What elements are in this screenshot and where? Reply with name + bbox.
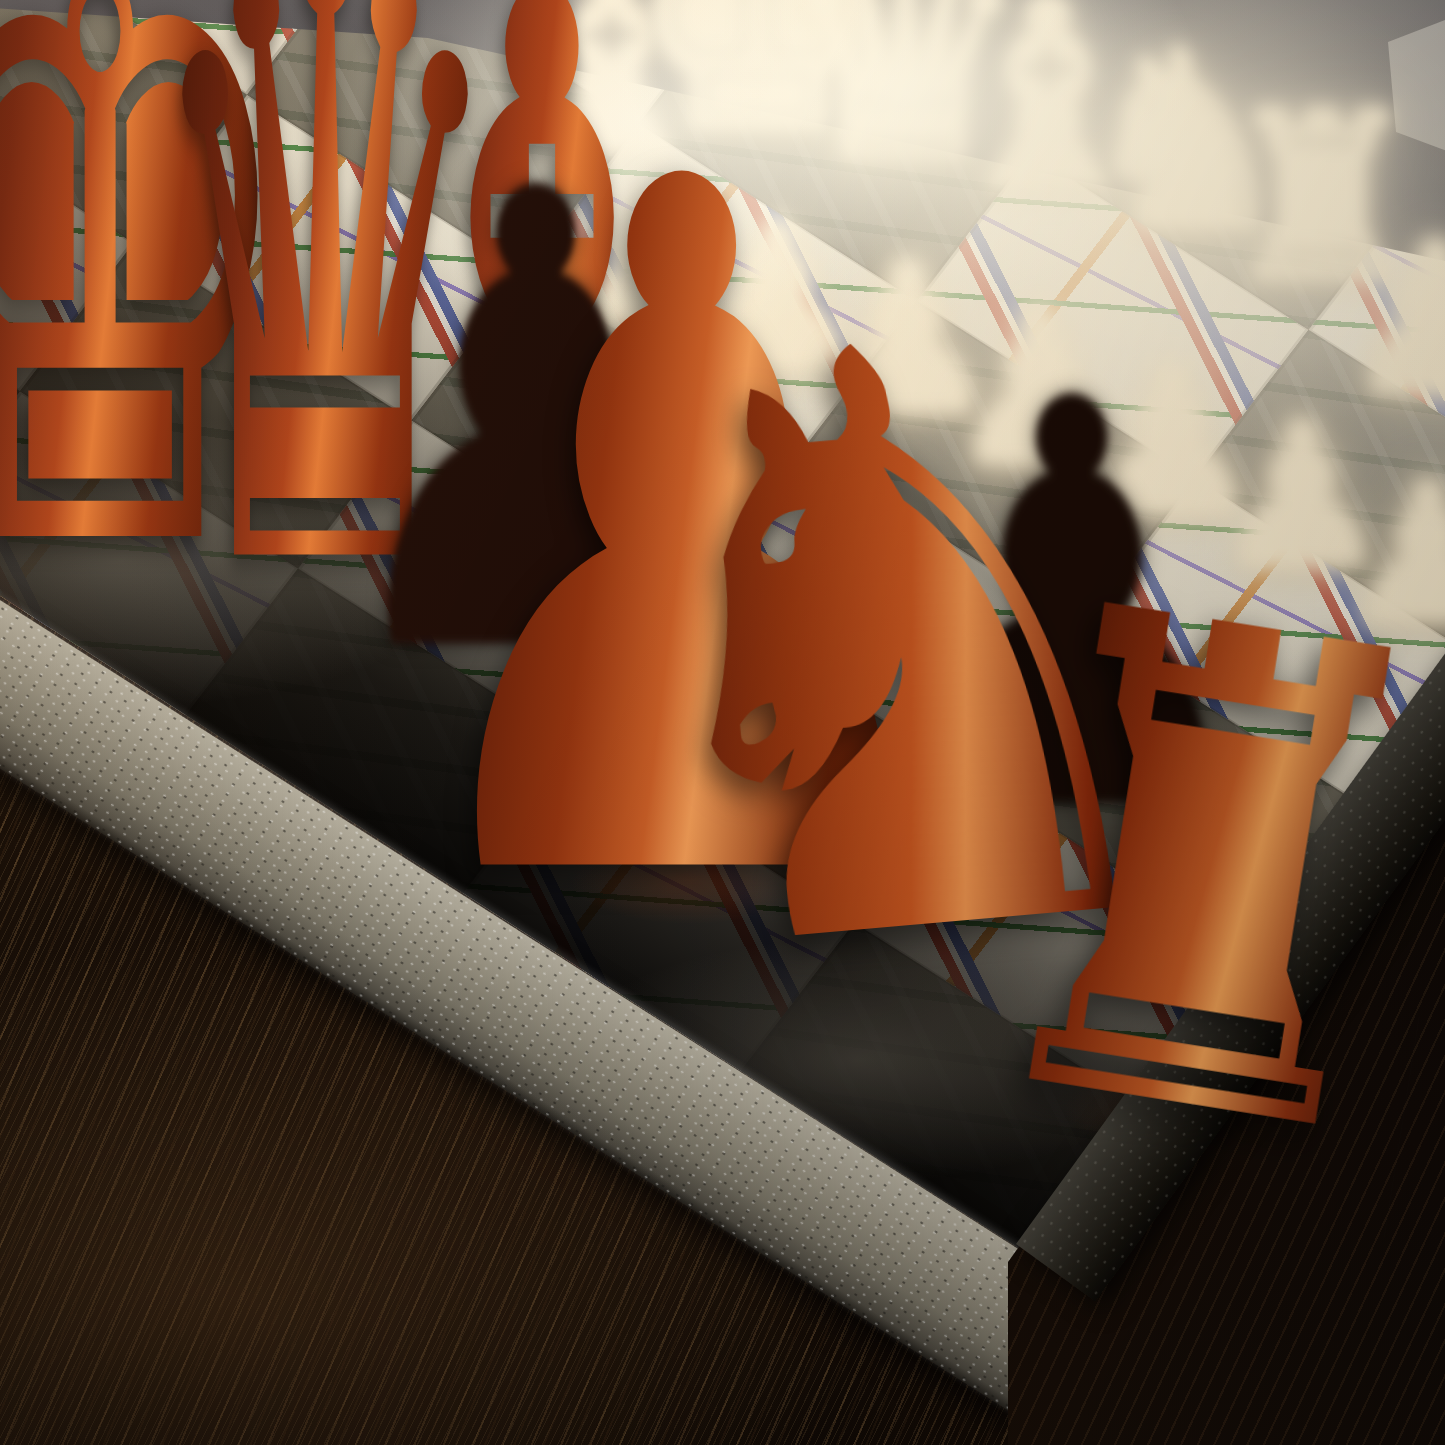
board-right-bevel-edge	[1016, 621, 1445, 1302]
dark-pawn-backlit-left: ♟	[316, 110, 757, 740]
board-square-e5	[247, 0, 639, 272]
board-square-e7	[20, 243, 412, 568]
board-square-g5	[803, 301, 1195, 626]
light-rook-a1: ♜	[1217, 81, 1427, 315]
board-square-g1	[1258, 0, 1445, 33]
dark-knight: ♞	[559, 223, 1236, 1073]
board-square-d7	[0, 66, 134, 391]
light-pawn-d2: ♟	[945, 284, 1135, 496]
board-square-h2	[1422, 33, 1445, 358]
board-square-g3	[1031, 4, 1423, 329]
light-bishop-f1: ♝	[495, 0, 728, 192]
board-square-d5	[0, 0, 361, 95]
light-pawn-c2: ♟	[1079, 338, 1265, 546]
board-square-f5	[525, 124, 917, 449]
board-square-g7	[576, 597, 968, 922]
board-front-bevel-edge	[0, 581, 1092, 1415]
board-square-f2	[866, 0, 1258, 4]
light-pawn-f2: ♟	[687, 196, 870, 400]
dark-pawn-in-focus: ♟	[375, 60, 988, 1010]
dark-queen: ♛	[136, 0, 515, 685]
board-square-d6	[0, 0, 247, 243]
light-bishop-c1: ♝	[931, 0, 1166, 227]
light-pawn-e2: ♟	[814, 235, 1002, 445]
light-pawn-h2: ♟	[1341, 214, 1445, 426]
light-pawn-b2: ♟	[1211, 395, 1392, 597]
light-knight-b1: ♞	[1075, 16, 1297, 264]
light-king-e1: ♚	[624, 0, 893, 175]
light-pawn-g2: ♟	[559, 163, 737, 361]
board-square-e6	[134, 95, 526, 420]
board-square-g4	[917, 153, 1309, 478]
light-queen-d1: ♛	[777, 0, 1033, 201]
board-square-f3	[752, 0, 1144, 153]
light-pawn-a2: ♟	[1340, 456, 1445, 652]
board-square-d8	[0, 214, 20, 539]
board-square-g2	[1144, 0, 1445, 182]
chess-photo-scene: ♝♚♛♝♞♜♟♟♟♟♟♟♟♟ ♚♛♝♟♟♟♞♜	[0, 0, 1445, 1445]
board-square-f4	[639, 0, 1031, 301]
board-square-f6	[412, 272, 804, 597]
board-square-h3	[1309, 182, 1445, 507]
dark-king: ♚	[0, 0, 302, 675]
dark-pawn-backlit-right: ♟	[871, 328, 1273, 888]
board-square-e4	[361, 0, 753, 124]
board-square-h4	[1195, 330, 1445, 655]
board-square-g6	[690, 449, 1082, 774]
dark-bishop: ♝	[337, 0, 746, 715]
board-square-f7	[298, 420, 690, 745]
